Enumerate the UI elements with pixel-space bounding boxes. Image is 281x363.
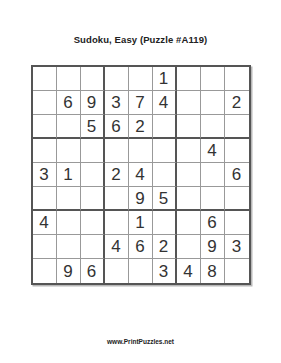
sudoku-cell-r1c3 — [81, 67, 105, 91]
sudoku-cell-r3c7 — [177, 115, 201, 139]
sudoku-cell-r7c8: 6 — [201, 211, 225, 235]
sudoku-cell-r6c8 — [201, 187, 225, 211]
sudoku-cell-r6c6: 5 — [153, 187, 177, 211]
sudoku-cell-r2c2: 6 — [57, 91, 81, 115]
sudoku-cell-r6c4 — [105, 187, 129, 211]
sudoku-cell-r5c3 — [81, 163, 105, 187]
sudoku-cell-r5c8 — [201, 163, 225, 187]
sudoku-cell-r4c1 — [33, 139, 57, 163]
sudoku-cell-r9c3: 6 — [81, 259, 105, 283]
sudoku-cell-r9c6: 3 — [153, 259, 177, 283]
sudoku-cell-r2c8 — [201, 91, 225, 115]
sudoku-cell-r9c5 — [129, 259, 153, 283]
sudoku-cell-r2c7 — [177, 91, 201, 115]
sudoku-cell-r7c2 — [57, 211, 81, 235]
sudoku-cell-r1c1 — [33, 67, 57, 91]
sudoku-cell-r1c4 — [105, 67, 129, 91]
sudoku-cell-r1c9 — [225, 67, 249, 91]
sudoku-cell-r2c5: 7 — [129, 91, 153, 115]
sudoku-cell-r1c8 — [201, 67, 225, 91]
sudoku-cell-r9c2: 9 — [57, 259, 81, 283]
sudoku-cell-r4c4 — [105, 139, 129, 163]
sudoku-cell-r4c7 — [177, 139, 201, 163]
sudoku-cell-r3c1 — [33, 115, 57, 139]
sudoku-cell-r3c6 — [153, 115, 177, 139]
sudoku-cell-r5c5: 4 — [129, 163, 153, 187]
sudoku-cell-r1c6: 1 — [153, 67, 177, 91]
sudoku-cell-r5c2: 1 — [57, 163, 81, 187]
sudoku-cell-r1c2 — [57, 67, 81, 91]
sudoku-cell-r8c5: 6 — [129, 235, 153, 259]
sudoku-cell-r6c5: 9 — [129, 187, 153, 211]
sudoku-cell-r7c1: 4 — [33, 211, 57, 235]
sudoku-cell-r9c8: 8 — [201, 259, 225, 283]
sudoku-cell-r8c3 — [81, 235, 105, 259]
sudoku-cell-r9c9 — [225, 259, 249, 283]
sudoku-cell-r1c5 — [129, 67, 153, 91]
sudoku-cell-r9c7: 4 — [177, 259, 201, 283]
sudoku-cell-r2c9: 2 — [225, 91, 249, 115]
footer-url: www.PrintPuzzles.net — [0, 338, 281, 345]
sudoku-cell-r9c1 — [33, 259, 57, 283]
sudoku-cell-r8c6: 2 — [153, 235, 177, 259]
sudoku-cell-r5c7 — [177, 163, 201, 187]
sudoku-cell-r4c9 — [225, 139, 249, 163]
sudoku-cell-r3c3: 5 — [81, 115, 105, 139]
page-title: Sudoku, Easy (Puzzle #A119) — [0, 0, 281, 45]
sudoku-cell-r4c6 — [153, 139, 177, 163]
sudoku-cell-r4c3 — [81, 139, 105, 163]
sudoku-cell-r2c3: 9 — [81, 91, 105, 115]
sudoku-cell-r7c7 — [177, 211, 201, 235]
sudoku-cell-r4c2 — [57, 139, 81, 163]
sudoku-cell-r8c4: 4 — [105, 235, 129, 259]
sudoku-cell-r3c4: 6 — [105, 115, 129, 139]
page: Sudoku, Easy (Puzzle #A119) 169374256243… — [0, 0, 281, 363]
sudoku-cell-r9c4 — [105, 259, 129, 283]
sudoku-cell-r8c1 — [33, 235, 57, 259]
sudoku-cell-r8c7 — [177, 235, 201, 259]
sudoku-cell-r6c3 — [81, 187, 105, 211]
sudoku-cell-r4c5 — [129, 139, 153, 163]
sudoku-cell-r3c9 — [225, 115, 249, 139]
sudoku-cell-r2c1 — [33, 91, 57, 115]
sudoku-cell-r6c2 — [57, 187, 81, 211]
sudoku-cell-r3c2 — [57, 115, 81, 139]
sudoku-cell-r6c1 — [33, 187, 57, 211]
sudoku-cell-r5c6 — [153, 163, 177, 187]
sudoku-cell-r8c9: 3 — [225, 235, 249, 259]
sudoku-cell-r7c6 — [153, 211, 177, 235]
sudoku-cell-r5c1: 3 — [33, 163, 57, 187]
sudoku-cell-r4c8: 4 — [201, 139, 225, 163]
sudoku-cell-r2c6: 4 — [153, 91, 177, 115]
sudoku-grid: 1693742562431246954164629396348 — [31, 65, 251, 285]
sudoku-cell-r7c4 — [105, 211, 129, 235]
sudoku-cell-r7c9 — [225, 211, 249, 235]
sudoku-cell-r8c8: 9 — [201, 235, 225, 259]
sudoku-cell-r6c9 — [225, 187, 249, 211]
sudoku-cell-r2c4: 3 — [105, 91, 129, 115]
sudoku-cell-r5c4: 2 — [105, 163, 129, 187]
sudoku-cell-r6c7 — [177, 187, 201, 211]
sudoku-cell-r7c3 — [81, 211, 105, 235]
sudoku-cell-r3c8 — [201, 115, 225, 139]
sudoku-cell-r3c5: 2 — [129, 115, 153, 139]
sudoku-cell-r5c9: 6 — [225, 163, 249, 187]
sudoku-cell-r1c7 — [177, 67, 201, 91]
sudoku-cell-r8c2 — [57, 235, 81, 259]
sudoku-cell-r7c5: 1 — [129, 211, 153, 235]
